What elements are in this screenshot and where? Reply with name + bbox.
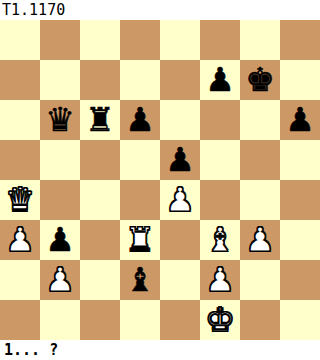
- square-a6[interactable]: [0, 100, 40, 140]
- square-d4[interactable]: [120, 180, 160, 220]
- black-pawn-piece: ♟: [165, 140, 195, 180]
- square-h6[interactable]: ♟: [280, 100, 320, 140]
- square-g4[interactable]: [240, 180, 280, 220]
- square-b5[interactable]: [40, 140, 80, 180]
- square-g2[interactable]: [240, 260, 280, 300]
- square-b6[interactable]: ♛: [40, 100, 80, 140]
- move-prompt: 1... ?: [0, 340, 320, 360]
- square-f4[interactable]: [200, 180, 240, 220]
- white-pawn-piece: ♟: [5, 220, 35, 260]
- square-h5[interactable]: [280, 140, 320, 180]
- square-d5[interactable]: [120, 140, 160, 180]
- square-c2[interactable]: [80, 260, 120, 300]
- square-a7[interactable]: [0, 60, 40, 100]
- square-b2[interactable]: ♟: [40, 260, 80, 300]
- square-b7[interactable]: [40, 60, 80, 100]
- square-h4[interactable]: [280, 180, 320, 220]
- white-pawn-piece: ♟: [245, 220, 275, 260]
- square-c3[interactable]: [80, 220, 120, 260]
- black-pawn-piece: ♟: [125, 100, 155, 140]
- square-d2[interactable]: ♝: [120, 260, 160, 300]
- white-pawn-piece: ♟: [165, 180, 195, 220]
- square-f3[interactable]: ♝: [200, 220, 240, 260]
- square-e2[interactable]: [160, 260, 200, 300]
- square-h2[interactable]: [280, 260, 320, 300]
- square-h1[interactable]: [280, 300, 320, 340]
- square-c1[interactable]: [80, 300, 120, 340]
- square-h3[interactable]: [280, 220, 320, 260]
- square-d1[interactable]: [120, 300, 160, 340]
- square-e5[interactable]: ♟: [160, 140, 200, 180]
- square-d3[interactable]: ♜: [120, 220, 160, 260]
- square-g8[interactable]: [240, 20, 280, 60]
- black-pawn-piece: ♟: [205, 60, 235, 100]
- black-rook-piece: ♜: [85, 100, 115, 140]
- square-a1[interactable]: [0, 300, 40, 340]
- square-f6[interactable]: [200, 100, 240, 140]
- square-g3[interactable]: ♟: [240, 220, 280, 260]
- square-d6[interactable]: ♟: [120, 100, 160, 140]
- square-a2[interactable]: [0, 260, 40, 300]
- square-c8[interactable]: [80, 20, 120, 60]
- white-rook-piece: ♜: [125, 220, 155, 260]
- square-d7[interactable]: [120, 60, 160, 100]
- square-g6[interactable]: [240, 100, 280, 140]
- black-queen-piece: ♛: [45, 100, 75, 140]
- square-g1[interactable]: [240, 300, 280, 340]
- white-king-piece: ♚: [205, 300, 235, 340]
- black-king-piece: ♚: [245, 60, 275, 100]
- white-queen-piece: ♛: [5, 180, 35, 220]
- square-a5[interactable]: [0, 140, 40, 180]
- square-h8[interactable]: [280, 20, 320, 60]
- square-e1[interactable]: [160, 300, 200, 340]
- black-pawn-piece: ♟: [45, 220, 75, 260]
- white-bishop-piece: ♝: [205, 220, 235, 260]
- square-h7[interactable]: [280, 60, 320, 100]
- white-pawn-piece: ♟: [205, 260, 235, 300]
- chess-puzzle-window: T1.1170 ♟♚♛♜♟♟♟♛♟♟♟♜♝♟♟♝♟♚ 1... ?: [0, 0, 320, 360]
- chess-board: ♟♚♛♜♟♟♟♛♟♟♟♜♝♟♟♝♟♚: [0, 20, 320, 340]
- square-e3[interactable]: [160, 220, 200, 260]
- black-pawn-piece: ♟: [285, 100, 315, 140]
- white-pawn-piece: ♟: [45, 260, 75, 300]
- square-d8[interactable]: [120, 20, 160, 60]
- square-f1[interactable]: ♚: [200, 300, 240, 340]
- black-bishop-piece: ♝: [125, 260, 155, 300]
- square-b3[interactable]: ♟: [40, 220, 80, 260]
- square-e6[interactable]: [160, 100, 200, 140]
- square-c7[interactable]: [80, 60, 120, 100]
- square-b4[interactable]: [40, 180, 80, 220]
- square-c5[interactable]: [80, 140, 120, 180]
- square-a3[interactable]: ♟: [0, 220, 40, 260]
- square-b8[interactable]: [40, 20, 80, 60]
- square-f5[interactable]: [200, 140, 240, 180]
- square-f2[interactable]: ♟: [200, 260, 240, 300]
- square-e8[interactable]: [160, 20, 200, 60]
- square-e4[interactable]: ♟: [160, 180, 200, 220]
- square-g7[interactable]: ♚: [240, 60, 280, 100]
- square-c4[interactable]: [80, 180, 120, 220]
- puzzle-title: T1.1170: [0, 0, 320, 20]
- square-a4[interactable]: ♛: [0, 180, 40, 220]
- square-g5[interactable]: [240, 140, 280, 180]
- square-a8[interactable]: [0, 20, 40, 60]
- square-f7[interactable]: ♟: [200, 60, 240, 100]
- square-f8[interactable]: [200, 20, 240, 60]
- square-b1[interactable]: [40, 300, 80, 340]
- square-e7[interactable]: [160, 60, 200, 100]
- square-c6[interactable]: ♜: [80, 100, 120, 140]
